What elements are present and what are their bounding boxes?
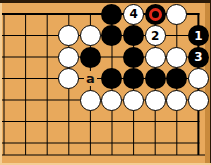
intersection-c6-r2 — [101, 25, 123, 47]
black-stone — [101, 4, 122, 25]
black-stone — [123, 47, 144, 68]
intersection-c9-r3 — [166, 46, 188, 68]
intersection-c5-r4: a — [80, 68, 102, 90]
intersection-c8-r5 — [144, 89, 166, 111]
intersection-c8-r4 — [144, 68, 166, 90]
white-stone-move-2: 2 — [145, 25, 166, 46]
intersection-c7-r5 — [123, 89, 145, 111]
black-stone — [123, 68, 144, 89]
black-stone — [123, 25, 144, 46]
black-stone — [80, 47, 101, 68]
intersection-c8-r2: 2 — [144, 25, 166, 47]
move-number-label: 1 — [194, 30, 202, 42]
intersection-c5-r2 — [80, 25, 102, 47]
black-stone — [145, 4, 166, 25]
board-grid: 4213a — [0, 3, 209, 154]
white-stone — [80, 25, 101, 46]
white-stone — [58, 25, 79, 46]
intersection-c8-r1 — [144, 3, 166, 25]
white-stone — [80, 90, 101, 111]
red-circle-mark — [149, 8, 162, 21]
intersection-c5-r5 — [80, 89, 102, 111]
black-stone — [101, 68, 122, 89]
intersection-c5-r3 — [80, 46, 102, 68]
white-stone — [166, 90, 187, 111]
black-stone-move-1: 1 — [188, 25, 209, 46]
intersection-c7-r4 — [123, 68, 145, 90]
point-label-a: a — [84, 71, 97, 86]
white-stone — [101, 90, 122, 111]
intersection-c10-r2: 1 — [188, 25, 210, 47]
intersection-c6-r1 — [101, 3, 123, 25]
white-stone — [58, 68, 79, 89]
intersection-c6-r4 — [101, 68, 123, 90]
intersection-c10-r5 — [188, 89, 210, 111]
white-stone-move-4: 4 — [123, 4, 144, 25]
intersection-c4-r4 — [58, 68, 80, 90]
black-stone — [101, 25, 122, 46]
black-stone — [145, 68, 166, 89]
move-number-label: 2 — [151, 30, 159, 42]
move-number-label: 3 — [194, 51, 202, 63]
intersection-c10-r3: 3 — [188, 46, 210, 68]
intersection-c9-r5 — [166, 89, 188, 111]
white-stone — [145, 90, 166, 111]
intersection-c6-r5 — [101, 89, 123, 111]
intersection-c4-r3 — [58, 46, 80, 68]
intersection-c7-r3 — [123, 46, 145, 68]
black-stone-move-3: 3 — [188, 47, 209, 68]
white-stone — [166, 4, 187, 25]
white-stone — [188, 68, 209, 89]
white-stone — [188, 90, 209, 111]
intersection-c4-r2 — [58, 25, 80, 47]
intersection-c7-r1: 4 — [123, 3, 145, 25]
intersection-c9-r1 — [166, 3, 188, 25]
black-stone — [166, 68, 187, 89]
white-stone — [123, 90, 144, 111]
intersection-c7-r2 — [123, 25, 145, 47]
white-stone — [166, 47, 187, 68]
move-number-label: 4 — [129, 8, 137, 20]
white-stone — [58, 47, 79, 68]
intersection-c9-r4 — [166, 68, 188, 90]
white-stone — [145, 47, 166, 68]
go-diagram: 4213a — [0, 0, 211, 165]
intersection-c8-r3 — [144, 46, 166, 68]
intersection-c10-r4 — [188, 68, 210, 90]
